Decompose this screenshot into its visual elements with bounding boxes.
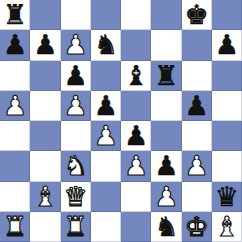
black-bishop[interactable]: ♝ bbox=[124, 61, 148, 91]
square-a1[interactable]: ♜ bbox=[0, 212, 30, 242]
chess-board: ♜♚♟♟♟♞♟♟♝♜♟♟♟♟♟♟♞♟♟♟♝♛♟♛♜♜♞♚♝ bbox=[0, 0, 242, 242]
black-rook[interactable]: ♜ bbox=[154, 61, 178, 91]
black-pawn[interactable]: ♟ bbox=[3, 30, 27, 60]
white-pawn[interactable]: ♟ bbox=[64, 91, 88, 121]
square-h4[interactable] bbox=[212, 121, 242, 151]
square-c7[interactable]: ♟ bbox=[61, 30, 91, 60]
square-g4[interactable] bbox=[182, 121, 212, 151]
square-h2[interactable]: ♛ bbox=[212, 182, 242, 212]
white-pawn[interactable]: ♟ bbox=[3, 91, 27, 121]
square-f5[interactable] bbox=[151, 91, 181, 121]
square-d4[interactable]: ♟ bbox=[91, 121, 121, 151]
square-b5[interactable] bbox=[30, 91, 60, 121]
square-d8[interactable] bbox=[91, 0, 121, 30]
black-pawn[interactable]: ♟ bbox=[64, 61, 88, 91]
square-b1[interactable] bbox=[30, 212, 60, 242]
white-rook[interactable]: ♜ bbox=[3, 212, 27, 242]
square-e1[interactable] bbox=[121, 212, 151, 242]
square-b2[interactable]: ♝ bbox=[30, 182, 60, 212]
square-e5[interactable] bbox=[121, 91, 151, 121]
square-h7[interactable]: ♟ bbox=[212, 30, 242, 60]
square-f2[interactable]: ♟ bbox=[151, 182, 181, 212]
square-c5[interactable]: ♟ bbox=[61, 91, 91, 121]
square-g3[interactable]: ♟ bbox=[182, 151, 212, 181]
square-h1[interactable]: ♝ bbox=[212, 212, 242, 242]
square-g2[interactable] bbox=[182, 182, 212, 212]
black-pawn[interactable]: ♟ bbox=[215, 30, 239, 60]
black-pawn[interactable]: ♟ bbox=[124, 121, 148, 151]
square-a7[interactable]: ♟ bbox=[0, 30, 30, 60]
square-f6[interactable]: ♜ bbox=[151, 61, 181, 91]
square-h3[interactable] bbox=[212, 151, 242, 181]
black-pawn[interactable]: ♟ bbox=[154, 151, 178, 181]
square-g7[interactable] bbox=[182, 30, 212, 60]
black-knight[interactable]: ♞ bbox=[154, 212, 178, 242]
black-pawn[interactable]: ♟ bbox=[33, 30, 57, 60]
square-h6[interactable] bbox=[212, 61, 242, 91]
square-d6[interactable] bbox=[91, 61, 121, 91]
square-f8[interactable] bbox=[151, 0, 181, 30]
square-d1[interactable] bbox=[91, 212, 121, 242]
black-king[interactable]: ♚ bbox=[185, 0, 209, 30]
square-f1[interactable]: ♞ bbox=[151, 212, 181, 242]
black-queen[interactable]: ♛ bbox=[215, 182, 239, 212]
square-c6[interactable]: ♟ bbox=[61, 61, 91, 91]
white-rook[interactable]: ♜ bbox=[64, 212, 88, 242]
black-pawn[interactable]: ♟ bbox=[94, 91, 118, 121]
square-c3[interactable]: ♞ bbox=[61, 151, 91, 181]
square-e4[interactable]: ♟ bbox=[121, 121, 151, 151]
white-pawn[interactable]: ♟ bbox=[94, 121, 118, 151]
square-b7[interactable]: ♟ bbox=[30, 30, 60, 60]
square-e8[interactable] bbox=[121, 0, 151, 30]
white-pawn[interactable]: ♟ bbox=[124, 151, 148, 181]
square-g1[interactable]: ♚ bbox=[182, 212, 212, 242]
square-a4[interactable] bbox=[0, 121, 30, 151]
white-bishop[interactable]: ♝ bbox=[215, 212, 239, 242]
square-e3[interactable]: ♟ bbox=[121, 151, 151, 181]
square-g8[interactable]: ♚ bbox=[182, 0, 212, 30]
black-pawn[interactable]: ♟ bbox=[185, 91, 209, 121]
square-c8[interactable] bbox=[61, 0, 91, 30]
square-d7[interactable]: ♞ bbox=[91, 30, 121, 60]
square-b6[interactable] bbox=[30, 61, 60, 91]
white-knight[interactable]: ♞ bbox=[64, 151, 88, 181]
square-a6[interactable] bbox=[0, 61, 30, 91]
white-pawn[interactable]: ♟ bbox=[64, 30, 88, 60]
square-d3[interactable] bbox=[91, 151, 121, 181]
square-f4[interactable] bbox=[151, 121, 181, 151]
square-b8[interactable] bbox=[30, 0, 60, 30]
square-b3[interactable] bbox=[30, 151, 60, 181]
square-a8[interactable]: ♜ bbox=[0, 0, 30, 30]
square-e7[interactable] bbox=[121, 30, 151, 60]
square-d2[interactable] bbox=[91, 182, 121, 212]
square-e2[interactable] bbox=[121, 182, 151, 212]
square-f7[interactable] bbox=[151, 30, 181, 60]
white-king[interactable]: ♚ bbox=[185, 212, 209, 242]
square-e6[interactable]: ♝ bbox=[121, 61, 151, 91]
square-c2[interactable]: ♛ bbox=[61, 182, 91, 212]
square-g6[interactable] bbox=[182, 61, 212, 91]
white-pawn[interactable]: ♟ bbox=[154, 182, 178, 212]
square-b4[interactable] bbox=[30, 121, 60, 151]
square-a3[interactable] bbox=[0, 151, 30, 181]
black-knight[interactable]: ♞ bbox=[94, 30, 118, 60]
square-c4[interactable] bbox=[61, 121, 91, 151]
square-h8[interactable] bbox=[212, 0, 242, 30]
square-a5[interactable]: ♟ bbox=[0, 91, 30, 121]
black-rook[interactable]: ♜ bbox=[3, 0, 27, 30]
white-queen[interactable]: ♛ bbox=[64, 182, 88, 212]
square-g5[interactable]: ♟ bbox=[182, 91, 212, 121]
square-h5[interactable] bbox=[212, 91, 242, 121]
square-a2[interactable] bbox=[0, 182, 30, 212]
white-bishop[interactable]: ♝ bbox=[33, 182, 57, 212]
square-d5[interactable]: ♟ bbox=[91, 91, 121, 121]
white-pawn[interactable]: ♟ bbox=[185, 151, 209, 181]
square-f3[interactable]: ♟ bbox=[151, 151, 181, 181]
square-c1[interactable]: ♜ bbox=[61, 212, 91, 242]
